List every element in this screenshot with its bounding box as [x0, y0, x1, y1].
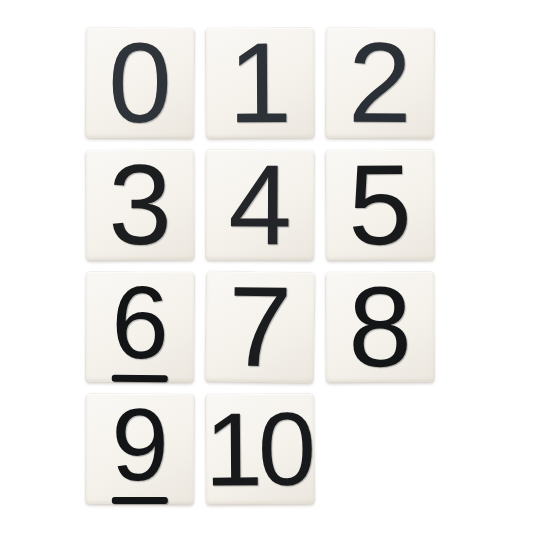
number-tile-3: 3	[86, 150, 194, 260]
tile-digit-0: 0	[108, 26, 172, 140]
number-tile-9: 9	[86, 394, 194, 504]
tile-digit-1: 1	[228, 26, 292, 140]
number-tile-0: 0	[86, 28, 195, 139]
tile-underline-bar-6	[112, 375, 168, 382]
number-tile-6: 6	[86, 272, 195, 383]
tile-digit-6: 6	[111, 282, 169, 365]
tile-digit-5: 5	[348, 148, 412, 262]
number-tile-2: 2	[326, 28, 435, 139]
tile-digit-7: 7	[228, 270, 293, 385]
number-tile-1: 1	[206, 28, 315, 139]
tile-digit-3: 3	[108, 148, 172, 262]
number-tile-5: 5	[326, 150, 435, 261]
number-tile-8: 8	[326, 272, 435, 383]
number-tile-7: 7	[205, 271, 315, 382]
tile-underline-bar-9	[112, 497, 168, 504]
tile-digit-4: 4	[228, 148, 292, 262]
tile-digit-10: 10	[204, 397, 311, 502]
number-tile-10: 10	[206, 394, 315, 505]
tile-digit-2: 2	[348, 26, 412, 140]
number-tiles-board: 012345678910	[86, 28, 434, 504]
tile-digit-8: 8	[348, 270, 412, 384]
number-tile-4: 4	[206, 150, 314, 260]
tile-digit-9: 9	[111, 404, 169, 487]
